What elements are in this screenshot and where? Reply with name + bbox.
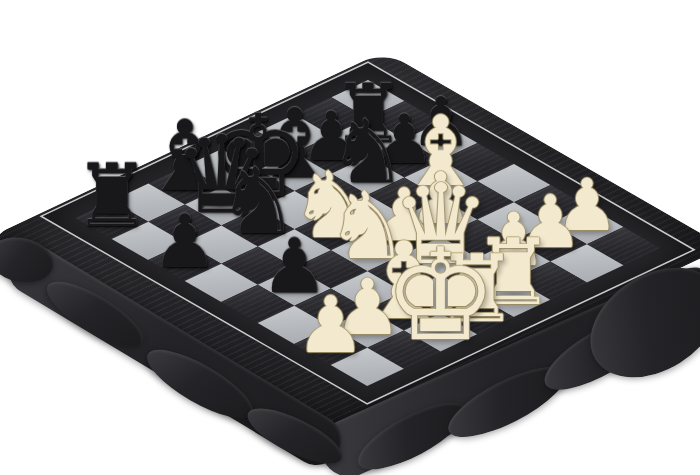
black-pawn-h6[interactable]: ♟	[152, 205, 218, 279]
white-pawn-h2[interactable]: ♟	[296, 285, 366, 363]
white-king-f1[interactable]: ♚	[384, 233, 497, 360]
chess-photo-scene: ♜♝♜♟♝♚♛♟♟♞♞♟♟♝♞♟♟♞♛♟♟♟♝♟♟♜♜♚	[0, 0, 700, 475]
black-rook-h8[interactable]: ♜	[73, 153, 151, 240]
